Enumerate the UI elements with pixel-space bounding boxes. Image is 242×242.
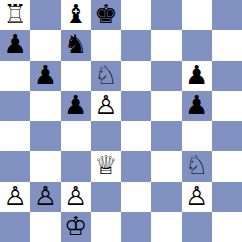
- white-pawn[interactable]: ♙: [34, 183, 57, 209]
- square-h2[interactable]: [212, 182, 242, 212]
- square-d8[interactable]: ♚: [91, 0, 121, 30]
- square-d3[interactable]: ♕: [91, 151, 121, 181]
- square-b2[interactable]: ♙: [30, 182, 60, 212]
- white-rook[interactable]: ♖: [3, 1, 26, 27]
- square-f5[interactable]: [151, 91, 181, 121]
- square-c7[interactable]: ♞: [61, 30, 91, 60]
- square-a5[interactable]: [0, 91, 30, 121]
- square-f3[interactable]: [151, 151, 181, 181]
- square-f6[interactable]: [151, 61, 181, 91]
- white-king[interactable]: ♔: [64, 213, 87, 239]
- white-queen[interactable]: ♕: [94, 152, 117, 178]
- chess-board-container: ♖♝♚♟♞♟♘♟♟♙♟♕♘♙♙♙♙♔: [0, 0, 242, 242]
- square-d1[interactable]: [91, 212, 121, 242]
- square-b3[interactable]: [30, 151, 60, 181]
- square-h6[interactable]: [212, 61, 242, 91]
- square-e5[interactable]: [121, 91, 151, 121]
- square-h3[interactable]: [212, 151, 242, 181]
- square-g4[interactable]: [182, 121, 212, 151]
- black-bishop[interactable]: ♝: [64, 1, 87, 27]
- square-h5[interactable]: [212, 91, 242, 121]
- square-c8[interactable]: ♝: [61, 0, 91, 30]
- square-c5[interactable]: ♟: [61, 91, 91, 121]
- square-c3[interactable]: [61, 151, 91, 181]
- square-f7[interactable]: [151, 30, 181, 60]
- square-e6[interactable]: [121, 61, 151, 91]
- square-d2[interactable]: [91, 182, 121, 212]
- square-h1[interactable]: [212, 212, 242, 242]
- square-d7[interactable]: [91, 30, 121, 60]
- square-a2[interactable]: ♙: [0, 182, 30, 212]
- square-e2[interactable]: [121, 182, 151, 212]
- square-e3[interactable]: [121, 151, 151, 181]
- square-h7[interactable]: [212, 30, 242, 60]
- square-b5[interactable]: [30, 91, 60, 121]
- square-f4[interactable]: [151, 121, 181, 151]
- square-b1[interactable]: [30, 212, 60, 242]
- square-e1[interactable]: [121, 212, 151, 242]
- square-e7[interactable]: [121, 30, 151, 60]
- square-f8[interactable]: [151, 0, 181, 30]
- square-d6[interactable]: ♘: [91, 61, 121, 91]
- square-e8[interactable]: [121, 0, 151, 30]
- square-h8[interactable]: [212, 0, 242, 30]
- square-h4[interactable]: [212, 121, 242, 151]
- square-b8[interactable]: [30, 0, 60, 30]
- white-pawn[interactable]: ♙: [64, 183, 87, 209]
- square-d4[interactable]: [91, 121, 121, 151]
- square-g2[interactable]: ♙: [182, 182, 212, 212]
- chess-board: ♖♝♚♟♞♟♘♟♟♙♟♕♘♙♙♙♙♔: [0, 0, 242, 242]
- square-a6[interactable]: [0, 61, 30, 91]
- square-f1[interactable]: [151, 212, 181, 242]
- square-g3[interactable]: ♘: [182, 151, 212, 181]
- black-king[interactable]: ♚: [94, 1, 117, 27]
- black-pawn[interactable]: ♟: [64, 92, 87, 118]
- square-a1[interactable]: [0, 212, 30, 242]
- square-g1[interactable]: [182, 212, 212, 242]
- square-a3[interactable]: [0, 151, 30, 181]
- white-knight[interactable]: ♘: [94, 62, 117, 88]
- black-pawn[interactable]: ♟: [34, 62, 57, 88]
- square-b6[interactable]: ♟: [30, 61, 60, 91]
- white-knight[interactable]: ♘: [185, 152, 208, 178]
- white-pawn[interactable]: ♙: [94, 92, 117, 118]
- white-pawn[interactable]: ♙: [3, 183, 26, 209]
- square-g6[interactable]: ♟: [182, 61, 212, 91]
- square-e4[interactable]: [121, 121, 151, 151]
- black-pawn[interactable]: ♟: [3, 31, 26, 57]
- square-d5[interactable]: ♙: [91, 91, 121, 121]
- square-b7[interactable]: [30, 30, 60, 60]
- square-g8[interactable]: [182, 0, 212, 30]
- square-g7[interactable]: [182, 30, 212, 60]
- square-a7[interactable]: ♟: [0, 30, 30, 60]
- white-pawn[interactable]: ♙: [185, 183, 208, 209]
- black-knight[interactable]: ♞: [64, 31, 87, 57]
- black-pawn[interactable]: ♟: [185, 62, 208, 88]
- square-f2[interactable]: [151, 182, 181, 212]
- square-c6[interactable]: [61, 61, 91, 91]
- square-a8[interactable]: ♖: [0, 0, 30, 30]
- square-c2[interactable]: ♙: [61, 182, 91, 212]
- square-g5[interactable]: ♟: [182, 91, 212, 121]
- square-c1[interactable]: ♔: [61, 212, 91, 242]
- square-a4[interactable]: [0, 121, 30, 151]
- square-c4[interactable]: [61, 121, 91, 151]
- square-b4[interactable]: [30, 121, 60, 151]
- black-pawn[interactable]: ♟: [185, 92, 208, 118]
